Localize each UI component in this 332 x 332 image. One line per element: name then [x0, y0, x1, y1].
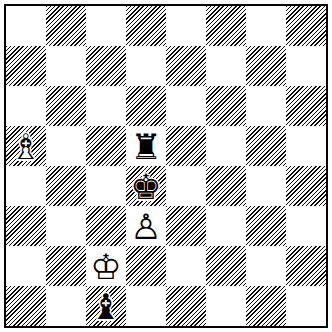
square-d4[interactable]: ♚♚	[126, 166, 166, 206]
white-king[interactable]: ♚♔	[86, 246, 126, 286]
square-h7[interactable]	[286, 46, 326, 86]
square-h4[interactable]	[286, 166, 326, 206]
square-c1[interactable]: ♝♝	[86, 286, 126, 326]
square-c6[interactable]	[86, 86, 126, 126]
square-e1[interactable]	[166, 286, 206, 326]
black-rook[interactable]: ♜♜	[126, 126, 166, 166]
square-d1[interactable]	[126, 286, 166, 326]
black-king[interactable]: ♚♚	[126, 166, 166, 206]
square-f1[interactable]	[206, 286, 246, 326]
white-bishop[interactable]: ♝♗	[6, 126, 46, 166]
square-c3[interactable]	[86, 206, 126, 246]
square-d3[interactable]: ♟♙	[126, 206, 166, 246]
square-a6[interactable]	[6, 86, 46, 126]
white-bishop-glyph: ♗	[6, 126, 46, 166]
square-g4[interactable]	[246, 166, 286, 206]
square-b4[interactable]	[46, 166, 86, 206]
square-c5[interactable]	[86, 126, 126, 166]
square-g7[interactable]	[246, 46, 286, 86]
chess-diagram: ♝♗♜♜♚♚♟♙♚♔♝♝	[0, 0, 332, 332]
square-h6[interactable]	[286, 86, 326, 126]
square-f2[interactable]	[206, 246, 246, 286]
square-c2[interactable]: ♚♔	[86, 246, 126, 286]
square-b2[interactable]	[46, 246, 86, 286]
square-e3[interactable]	[166, 206, 206, 246]
square-a3[interactable]	[6, 206, 46, 246]
square-f7[interactable]	[206, 46, 246, 86]
square-h1[interactable]	[286, 286, 326, 326]
square-d6[interactable]	[126, 86, 166, 126]
square-a5[interactable]: ♝♗	[6, 126, 46, 166]
square-a2[interactable]	[6, 246, 46, 286]
square-a4[interactable]	[6, 166, 46, 206]
white-pawn-glyph: ♙	[126, 206, 166, 246]
white-king-glyph: ♔	[86, 246, 126, 286]
square-b5[interactable]	[46, 126, 86, 166]
square-e7[interactable]	[166, 46, 206, 86]
square-d8[interactable]	[126, 6, 166, 46]
square-c8[interactable]	[86, 6, 126, 46]
square-e5[interactable]	[166, 126, 206, 166]
square-c4[interactable]	[86, 166, 126, 206]
square-g2[interactable]	[246, 246, 286, 286]
square-a7[interactable]	[6, 46, 46, 86]
square-b6[interactable]	[46, 86, 86, 126]
square-b8[interactable]	[46, 6, 86, 46]
square-f3[interactable]	[206, 206, 246, 246]
square-g3[interactable]	[246, 206, 286, 246]
square-f5[interactable]	[206, 126, 246, 166]
square-f8[interactable]	[206, 6, 246, 46]
square-e6[interactable]	[166, 86, 206, 126]
square-g1[interactable]	[246, 286, 286, 326]
square-e8[interactable]	[166, 6, 206, 46]
board-frame: ♝♗♜♜♚♚♟♙♚♔♝♝	[4, 4, 328, 328]
square-e2[interactable]	[166, 246, 206, 286]
black-rook-glyph: ♜	[126, 126, 166, 166]
square-c7[interactable]	[86, 46, 126, 86]
square-f6[interactable]	[206, 86, 246, 126]
square-a8[interactable]	[6, 6, 46, 46]
square-d7[interactable]	[126, 46, 166, 86]
square-g5[interactable]	[246, 126, 286, 166]
square-h3[interactable]	[286, 206, 326, 246]
chess-board: ♝♗♜♜♚♚♟♙♚♔♝♝	[6, 6, 326, 326]
square-f4[interactable]	[206, 166, 246, 206]
black-king-glyph: ♚	[126, 166, 166, 206]
square-h8[interactable]	[286, 6, 326, 46]
square-b1[interactable]	[46, 286, 86, 326]
square-h5[interactable]	[286, 126, 326, 166]
square-d5[interactable]: ♜♜	[126, 126, 166, 166]
square-b3[interactable]	[46, 206, 86, 246]
square-g6[interactable]	[246, 86, 286, 126]
square-g8[interactable]	[246, 6, 286, 46]
square-a1[interactable]	[6, 286, 46, 326]
square-d2[interactable]	[126, 246, 166, 286]
black-bishop-glyph: ♝	[86, 286, 126, 326]
black-bishop[interactable]: ♝♝	[86, 286, 126, 326]
white-pawn[interactable]: ♟♙	[126, 206, 166, 246]
square-h2[interactable]	[286, 246, 326, 286]
square-e4[interactable]	[166, 166, 206, 206]
square-b7[interactable]	[46, 46, 86, 86]
